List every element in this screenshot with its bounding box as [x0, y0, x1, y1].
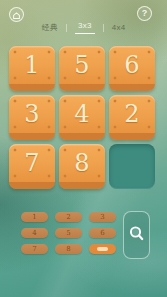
key-label: 5	[66, 228, 70, 238]
tile-6[interactable]: 6	[109, 46, 155, 91]
tile-5[interactable]: 5	[59, 46, 105, 91]
tab-4x4[interactable]: 4x4	[112, 23, 126, 33]
tile-8[interactable]: 8	[59, 144, 105, 189]
tile-4[interactable]: 4	[59, 95, 105, 140]
tab-classic[interactable]: 经典	[41, 23, 58, 33]
blank-pill-icon	[97, 247, 108, 251]
key-label: 1	[32, 212, 36, 222]
magnifier-icon	[128, 225, 145, 246]
question-mark-icon: ?	[142, 9, 148, 18]
keypad-key-6[interactable]: 6	[89, 228, 116, 238]
keypad-key-5[interactable]: 5	[55, 228, 82, 238]
tile-number: 8	[74, 145, 89, 181]
tile-2[interactable]: 2	[109, 95, 155, 140]
tab-separator	[66, 24, 67, 32]
key-label: 8	[66, 244, 70, 254]
number-keypad: 1 2 3 4 5 6 7 8	[21, 212, 116, 254]
keypad-key-3[interactable]: 3	[89, 212, 116, 222]
home-button[interactable]	[9, 7, 24, 22]
key-label: 2	[66, 212, 70, 222]
keypad-key-4[interactable]: 4	[21, 228, 48, 238]
key-label: 6	[100, 228, 104, 238]
keypad-blank-key[interactable]	[89, 244, 116, 254]
keypad-key-2[interactable]: 2	[55, 212, 82, 222]
tile-1[interactable]: 1	[9, 46, 55, 91]
help-button[interactable]: ?	[137, 6, 152, 21]
puzzle-app-screen: ? 经典 3x3 4x4 1 5 6 3 4 2 7 8 1 2 3 4 5 6…	[0, 0, 167, 297]
keypad-key-7[interactable]: 7	[21, 244, 48, 254]
key-label: 7	[32, 244, 36, 254]
tile-number: 3	[24, 96, 39, 132]
mode-tab-bar: 经典 3x3 4x4	[0, 21, 167, 34]
keypad-key-8[interactable]: 8	[55, 244, 82, 254]
solve-search-button[interactable]	[123, 211, 150, 259]
tile-number: 5	[74, 47, 89, 83]
tile-number: 6	[124, 47, 139, 83]
tile-7[interactable]: 7	[9, 144, 55, 189]
tile-number: 4	[74, 96, 89, 132]
keypad-key-1[interactable]: 1	[21, 212, 48, 222]
key-label: 4	[32, 228, 36, 238]
tile-number: 2	[124, 96, 139, 132]
tab-3x3[interactable]: 3x3	[75, 21, 95, 34]
key-label: 3	[100, 212, 104, 222]
empty-slot	[109, 144, 155, 189]
puzzle-board: 1 5 6 3 4 2 7 8	[9, 46, 155, 189]
tile-number: 1	[24, 47, 39, 83]
tile-number: 7	[24, 145, 39, 181]
tab-separator	[103, 24, 104, 32]
tile-3[interactable]: 3	[9, 95, 55, 140]
